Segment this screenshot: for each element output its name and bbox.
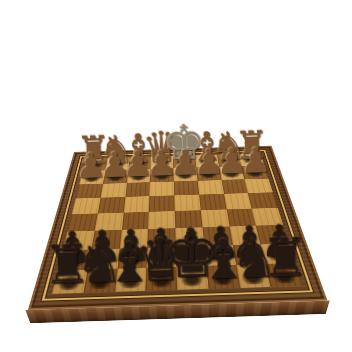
chess-board: ♜♞♝♛♚♝♞♜♟♟♟♟♟♟♟♟♟♟♟♟♟♟♟♟♜♞♝♛♚♝♞♜ (28, 146, 327, 310)
square-r7c7: ♜ (266, 263, 303, 287)
piece-white-pawn: ♟ (240, 143, 272, 179)
board-grid: ♜♞♝♛♚♝♞♜♟♟♟♟♟♟♟♟♟♟♟♟♟♟♟♟♜♞♝♛♚♝♞♜ (52, 153, 302, 293)
square-r2c0 (76, 184, 103, 199)
square-r3c3 (149, 196, 175, 212)
camera-tilt: ♜♞♝♛♚♝♞♜♟♟♟♟♟♟♟♟♟♟♟♟♟♟♟♟♜♞♝♛♚♝♞♜ (0, 0, 352, 352)
square-r3c1 (98, 197, 125, 213)
square-r3c4 (174, 195, 200, 211)
square-r3c5 (199, 194, 226, 210)
piece-black-rook: ♜ (261, 231, 310, 286)
square-r3c7 (248, 192, 278, 208)
square-r2c3 (150, 181, 175, 196)
square-r2c7 (245, 178, 273, 193)
square-r3c6 (224, 193, 252, 209)
square-r3c0 (72, 198, 101, 214)
perspective-layer: ♜♞♝♛♚♝♞♜♟♟♟♟♟♟♟♟♟♟♟♟♟♟♟♟♜♞♝♛♚♝♞♜ (0, 0, 352, 352)
square-r3c2 (123, 196, 149, 212)
square-r2c1 (100, 183, 126, 198)
photo-scene: ♜♞♝♛♚♝♞♜♟♟♟♟♟♟♟♟♟♟♟♟♟♟♟♟♜♞♝♛♚♝♞♜ (0, 0, 352, 352)
square-r1c7: ♟ (241, 165, 268, 179)
